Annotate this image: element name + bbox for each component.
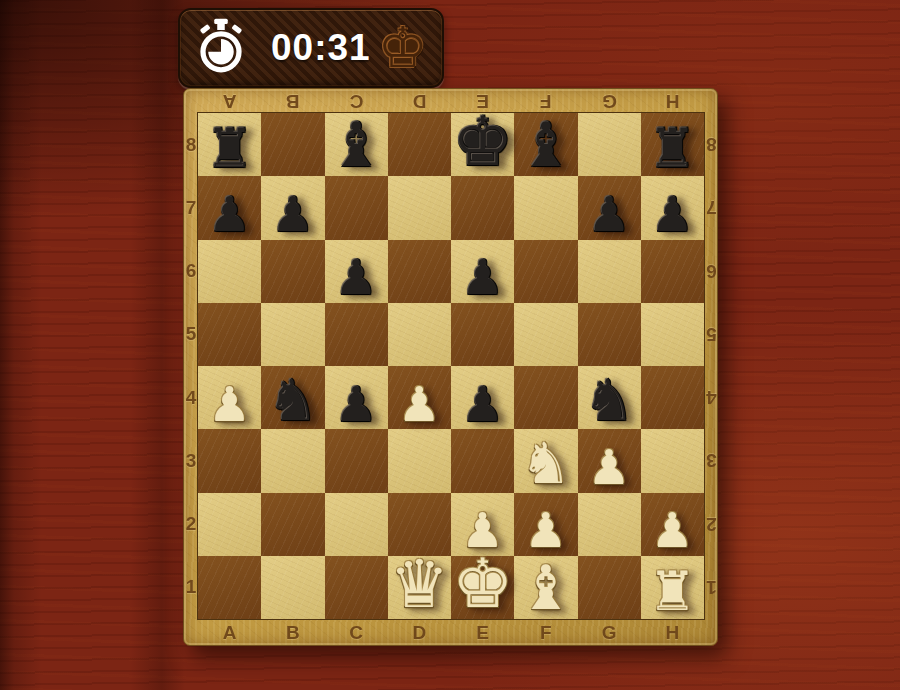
pawn-glyph: ♟ — [398, 382, 441, 428]
square-b5[interactable] — [261, 303, 324, 366]
square-f4[interactable] — [514, 366, 577, 429]
square-b6[interactable] — [261, 240, 324, 303]
square-g6[interactable] — [578, 240, 641, 303]
square-a3[interactable] — [198, 429, 261, 492]
square-f6[interactable] — [514, 240, 577, 303]
file-label-bottom-c: C — [325, 620, 388, 646]
square-b8[interactable] — [261, 113, 324, 176]
bishop-glyph: ♝ — [329, 116, 384, 174]
piece-black-knight-g4[interactable]: ♞ — [578, 366, 641, 429]
file-label-bottom-g: G — [578, 620, 641, 646]
piece-white-pawn-d4[interactable]: ♟ — [388, 366, 451, 429]
knight-glyph: ♞ — [267, 373, 318, 427]
knight-glyph: ♞ — [584, 373, 635, 427]
queen-glyph: ♛ — [390, 554, 449, 617]
square-b3[interactable] — [261, 429, 324, 492]
square-e5[interactable] — [451, 303, 514, 366]
timer-panel: 00:31 ♚ — [178, 8, 444, 88]
rank-label-right-6: 6 — [704, 240, 719, 303]
file-label-top-e: E — [451, 90, 514, 112]
square-e3[interactable] — [451, 429, 514, 492]
knight-glyph: ♞ — [520, 436, 571, 490]
square-c3[interactable] — [325, 429, 388, 492]
piece-black-bishop-c8[interactable]: ♝ — [325, 113, 388, 176]
rank-label-right-7: 7 — [704, 176, 719, 239]
square-c7[interactable] — [325, 176, 388, 239]
file-label-top-a: A — [198, 90, 261, 112]
board-frame: ♜♝♚♝♜♟♟♟♟♟♟♟♞♟♟♟♞♞♟♟♟♟♛♚♝♜ 8877665544332… — [183, 88, 718, 646]
pawn-glyph: ♟ — [208, 192, 251, 238]
rank-label-left-7: 7 — [184, 176, 198, 239]
bishop-glyph: ♝ — [519, 559, 574, 617]
piece-white-pawn-g3[interactable]: ♟ — [578, 429, 641, 492]
rook-glyph: ♜ — [648, 566, 696, 617]
square-g5[interactable] — [578, 303, 641, 366]
bishop-glyph: ♝ — [519, 116, 574, 174]
square-c1[interactable] — [325, 556, 388, 619]
square-a1[interactable] — [198, 556, 261, 619]
pawn-glyph: ♟ — [588, 192, 631, 238]
file-label-top-c: C — [325, 90, 388, 112]
rank-label-left-8: 8 — [184, 113, 198, 176]
square-d6[interactable] — [388, 240, 451, 303]
piece-white-bishop-f1[interactable]: ♝ — [514, 556, 577, 619]
square-h4[interactable] — [641, 366, 704, 429]
square-e7[interactable] — [451, 176, 514, 239]
rank-label-right-3: 3 — [704, 429, 719, 492]
square-b2[interactable] — [261, 493, 324, 556]
piece-black-knight-b4[interactable]: ♞ — [261, 366, 324, 429]
square-a6[interactable] — [198, 240, 261, 303]
rank-label-left-4: 4 — [184, 366, 198, 429]
file-label-top-b: B — [261, 90, 324, 112]
piece-white-rook-h1[interactable]: ♜ — [641, 556, 704, 619]
chess-board: ♜♝♚♝♜♟♟♟♟♟♟♟♞♟♟♟♞♞♟♟♟♟♛♚♝♜ — [198, 113, 704, 619]
pawn-glyph: ♟ — [651, 508, 694, 554]
square-a2[interactable] — [198, 493, 261, 556]
piece-white-queen-d1[interactable]: ♛ — [388, 556, 451, 619]
pawn-glyph: ♟ — [271, 192, 314, 238]
rank-label-left-2: 2 — [184, 493, 198, 556]
piece-black-king-e8[interactable]: ♚ — [451, 113, 514, 176]
piece-white-knight-f3[interactable]: ♞ — [514, 429, 577, 492]
pawn-glyph: ♟ — [588, 445, 631, 491]
file-label-bottom-e: E — [451, 620, 514, 646]
piece-black-rook-a8[interactable]: ♜ — [198, 113, 261, 176]
piece-white-pawn-f2[interactable]: ♟ — [514, 493, 577, 556]
file-label-bottom-f: F — [514, 620, 577, 646]
file-label-bottom-d: D — [388, 620, 451, 646]
pawn-glyph: ♟ — [461, 255, 504, 301]
square-g2[interactable] — [578, 493, 641, 556]
rank-label-right-4: 4 — [704, 366, 719, 429]
square-f7[interactable] — [514, 176, 577, 239]
square-d5[interactable] — [388, 303, 451, 366]
piece-black-bishop-f8[interactable]: ♝ — [514, 113, 577, 176]
square-d8[interactable] — [388, 113, 451, 176]
piece-black-pawn-e4[interactable]: ♟ — [451, 366, 514, 429]
piece-black-pawn-a7[interactable]: ♟ — [198, 176, 261, 239]
square-h6[interactable] — [641, 240, 704, 303]
pawn-glyph: ♟ — [208, 382, 251, 428]
square-h3[interactable] — [641, 429, 704, 492]
pawn-glyph: ♟ — [461, 382, 504, 428]
black-king-turn-icon: ♚ — [378, 20, 428, 76]
piece-white-pawn-a4[interactable]: ♟ — [198, 366, 261, 429]
file-label-top-d: D — [388, 90, 451, 112]
king-glyph: ♚ — [452, 552, 513, 617]
rook-glyph: ♜ — [205, 123, 253, 174]
file-label-top-g: G — [578, 90, 641, 112]
stopwatch-icon — [191, 17, 251, 79]
rank-label-right-2: 2 — [704, 493, 719, 556]
square-c2[interactable] — [325, 493, 388, 556]
square-a5[interactable] — [198, 303, 261, 366]
piece-black-pawn-g7[interactable]: ♟ — [578, 176, 641, 239]
piece-white-king-e1[interactable]: ♚ — [451, 556, 514, 619]
square-d3[interactable] — [388, 429, 451, 492]
square-c5[interactable] — [325, 303, 388, 366]
square-g1[interactable] — [578, 556, 641, 619]
file-label-top-h: H — [641, 90, 704, 112]
piece-black-pawn-e6[interactable]: ♟ — [451, 240, 514, 303]
file-label-bottom-b: B — [261, 620, 324, 646]
timer-display: 00:31 — [271, 27, 371, 69]
piece-black-pawn-h7[interactable]: ♟ — [641, 176, 704, 239]
pawn-glyph: ♟ — [335, 382, 378, 428]
piece-black-pawn-b7[interactable]: ♟ — [261, 176, 324, 239]
square-g8[interactable] — [578, 113, 641, 176]
piece-white-pawn-h2[interactable]: ♟ — [641, 493, 704, 556]
square-d7[interactable] — [388, 176, 451, 239]
rank-label-right-5: 5 — [704, 303, 719, 366]
square-h5[interactable] — [641, 303, 704, 366]
rank-label-left-5: 5 — [184, 303, 198, 366]
rank-label-left-1: 1 — [184, 556, 198, 619]
pawn-glyph: ♟ — [524, 508, 567, 554]
file-label-bottom-a: A — [198, 620, 261, 646]
file-label-bottom-h: H — [641, 620, 704, 646]
piece-black-rook-h8[interactable]: ♜ — [641, 113, 704, 176]
king-glyph: ♚ — [452, 110, 513, 175]
rank-label-left-6: 6 — [184, 240, 198, 303]
piece-black-pawn-c6[interactable]: ♟ — [325, 240, 388, 303]
rank-label-right-1: 1 — [704, 556, 719, 619]
piece-black-pawn-c4[interactable]: ♟ — [325, 366, 388, 429]
rank-label-left-3: 3 — [184, 429, 198, 492]
file-label-top-f: F — [514, 90, 577, 112]
rank-label-right-8: 8 — [704, 113, 719, 176]
square-f5[interactable] — [514, 303, 577, 366]
pawn-glyph: ♟ — [335, 255, 378, 301]
square-b1[interactable] — [261, 556, 324, 619]
rook-glyph: ♜ — [648, 123, 696, 174]
pawn-glyph: ♟ — [651, 192, 694, 238]
